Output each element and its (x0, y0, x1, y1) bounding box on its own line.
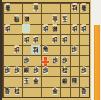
marker-horizontal-bar (41, 61, 49, 63)
highlight-square-7c (22, 24, 30, 33)
opponent-cursor-marker (41, 57, 49, 66)
app-screen: 香金桂香飛銀金玉歩歩銀歩歩歩歩歩歩歩桂角歩歩歩歩歩歩銀歩歩桂歩玉金銀飛香桂金香 (0, 0, 100, 100)
piece-stand-panel (94, 25, 101, 100)
